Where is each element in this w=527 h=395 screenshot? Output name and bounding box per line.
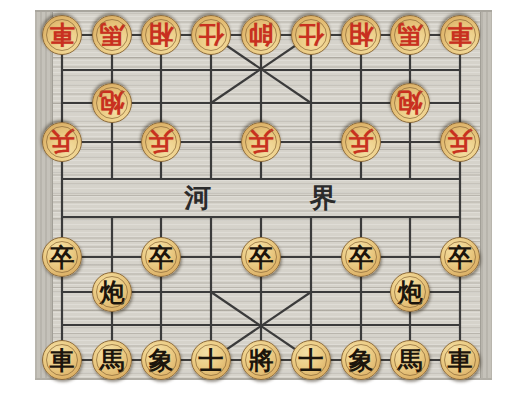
piece-red-general[interactable]: 帥 (241, 15, 281, 55)
piece-red-elephant[interactable]: 相 (341, 15, 381, 55)
piece-character: 車 (448, 23, 473, 48)
piece-character: 仕 (299, 23, 324, 48)
piece-character: 相 (349, 23, 374, 48)
piece-character: 馬 (398, 348, 423, 373)
piece-black-advisor[interactable]: 士 (291, 340, 331, 380)
piece-red-advisor[interactable]: 仕 (291, 15, 331, 55)
piece-character: 將 (249, 348, 274, 373)
piece-red-soldier[interactable]: 兵 (341, 122, 381, 162)
piece-red-horse[interactable]: 馬 (390, 15, 430, 55)
piece-red-chariot[interactable]: 車 (42, 15, 82, 55)
piece-character: 車 (50, 23, 75, 48)
piece-red-advisor[interactable]: 仕 (191, 15, 231, 55)
piece-character: 兵 (448, 130, 473, 155)
piece-character: 馬 (100, 348, 125, 373)
page: 河 界 車馬相仕帥仕相馬車炮炮兵兵兵兵兵卒卒卒卒卒炮炮車馬象士將士象馬車 (0, 0, 527, 395)
piece-black-chariot[interactable]: 車 (440, 340, 480, 380)
piece-character: 炮 (100, 280, 125, 305)
piece-character: 車 (448, 348, 473, 373)
piece-black-horse[interactable]: 馬 (92, 340, 132, 380)
piece-black-elephant[interactable]: 象 (341, 340, 381, 380)
piece-character: 帥 (249, 23, 274, 48)
piece-character: 馬 (398, 23, 423, 48)
piece-character: 馬 (100, 23, 125, 48)
piece-character: 炮 (100, 91, 125, 116)
piece-black-soldier[interactable]: 卒 (141, 237, 181, 277)
piece-red-cannon[interactable]: 炮 (390, 83, 430, 123)
pieces-layer: 車馬相仕帥仕相馬車炮炮兵兵兵兵兵卒卒卒卒卒炮炮車馬象士將士象馬車 (35, 12, 492, 378)
piece-black-soldier[interactable]: 卒 (440, 237, 480, 277)
piece-red-horse[interactable]: 馬 (92, 15, 132, 55)
piece-red-soldier[interactable]: 兵 (141, 122, 181, 162)
piece-red-soldier[interactable]: 兵 (440, 122, 480, 162)
piece-black-soldier[interactable]: 卒 (42, 237, 82, 277)
xiangqi-board: 河 界 車馬相仕帥仕相馬車炮炮兵兵兵兵兵卒卒卒卒卒炮炮車馬象士將士象馬車 (35, 10, 492, 380)
piece-black-horse[interactable]: 馬 (390, 340, 430, 380)
piece-black-general[interactable]: 將 (241, 340, 281, 380)
piece-character: 卒 (149, 245, 174, 270)
piece-red-chariot[interactable]: 車 (440, 15, 480, 55)
piece-black-chariot[interactable]: 車 (42, 340, 82, 380)
piece-character: 兵 (349, 130, 374, 155)
piece-character: 炮 (398, 280, 423, 305)
piece-red-elephant[interactable]: 相 (141, 15, 181, 55)
piece-character: 卒 (349, 245, 374, 270)
piece-red-soldier[interactable]: 兵 (42, 122, 82, 162)
piece-black-cannon[interactable]: 炮 (92, 272, 132, 312)
piece-character: 象 (149, 348, 174, 373)
piece-black-soldier[interactable]: 卒 (241, 237, 281, 277)
piece-character: 卒 (50, 245, 75, 270)
piece-red-cannon[interactable]: 炮 (92, 83, 132, 123)
piece-black-cannon[interactable]: 炮 (390, 272, 430, 312)
piece-character: 士 (299, 348, 324, 373)
piece-character: 士 (199, 348, 224, 373)
piece-character: 兵 (50, 130, 75, 155)
piece-black-soldier[interactable]: 卒 (341, 237, 381, 277)
piece-character: 仕 (199, 23, 224, 48)
piece-character: 相 (149, 23, 174, 48)
piece-character: 卒 (448, 245, 473, 270)
piece-character: 車 (50, 348, 75, 373)
piece-character: 兵 (149, 130, 174, 155)
piece-character: 兵 (249, 130, 274, 155)
piece-black-elephant[interactable]: 象 (141, 340, 181, 380)
piece-character: 炮 (398, 91, 423, 116)
piece-character: 卒 (249, 245, 274, 270)
piece-black-advisor[interactable]: 士 (191, 340, 231, 380)
piece-character: 象 (349, 348, 374, 373)
piece-red-soldier[interactable]: 兵 (241, 122, 281, 162)
